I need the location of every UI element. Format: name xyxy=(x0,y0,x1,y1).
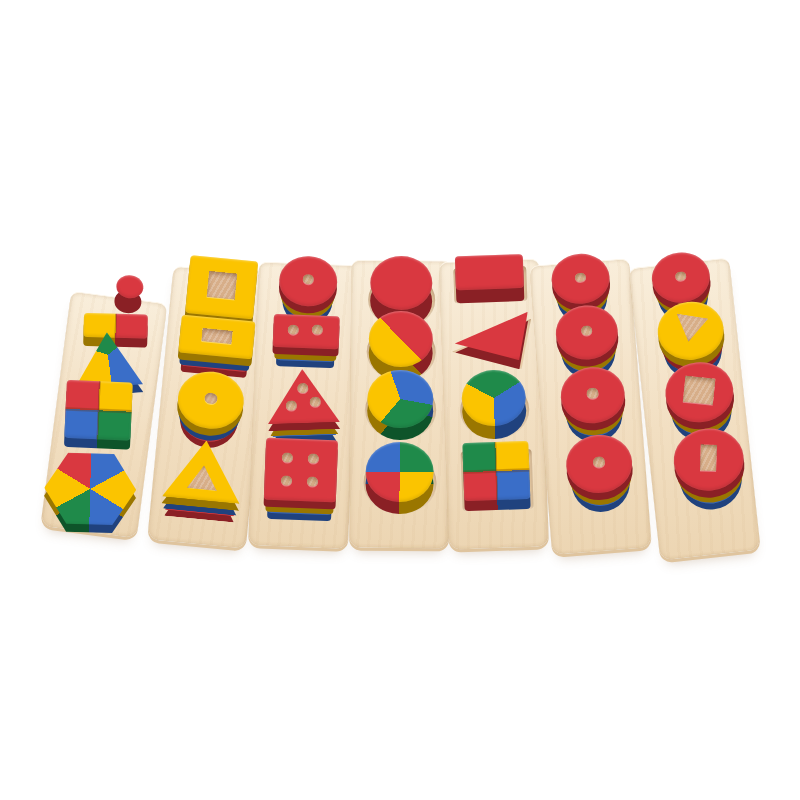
stack-circle-peg-4 xyxy=(564,432,636,516)
stack-triangle-wedge xyxy=(454,310,530,372)
peg-hole xyxy=(308,453,319,463)
peg-hole xyxy=(303,274,314,284)
piece-top-face xyxy=(178,314,255,359)
piece-top-face xyxy=(369,311,433,368)
stack-split-hexagon xyxy=(43,451,137,535)
top-face-piece xyxy=(43,451,137,535)
inset-peg-icon xyxy=(586,388,599,400)
inset-peg-icon xyxy=(581,326,593,337)
stack-circle-quarters xyxy=(365,442,434,515)
product-photo xyxy=(0,0,800,800)
stack-rectangle-2-holes xyxy=(272,314,340,370)
piece-top-face xyxy=(185,255,258,319)
top-face-piece xyxy=(454,310,530,372)
piece-top-face xyxy=(365,442,434,503)
piece-top-face xyxy=(162,437,245,504)
stack-circle-rectangle-hole xyxy=(670,425,749,515)
top-face-piece xyxy=(461,369,527,440)
top-face-piece xyxy=(177,314,255,366)
stack-four-cube-square xyxy=(63,380,132,450)
inset-peg-icon xyxy=(674,271,686,282)
top-face-piece xyxy=(559,365,628,433)
inset-triangle-cutout xyxy=(672,314,708,345)
inset-peg-icon xyxy=(203,392,217,405)
piece-top-face xyxy=(64,380,132,441)
top-face-piece xyxy=(455,254,525,303)
top-face-piece xyxy=(564,432,635,502)
stack-circle-thirds xyxy=(367,370,434,441)
top-face-piece xyxy=(367,370,434,441)
top-face-piece xyxy=(462,441,530,511)
peg-hole xyxy=(312,324,323,334)
piece-top-face xyxy=(273,314,340,350)
stack-square-4-holes xyxy=(263,438,338,524)
inset-peg-icon xyxy=(575,272,587,283)
small-cylinder xyxy=(113,274,145,315)
peg-hole xyxy=(282,452,293,462)
board-4 xyxy=(349,260,452,549)
peg-hole xyxy=(285,400,296,410)
top-face-piece xyxy=(63,380,132,450)
stack-rectangle-block xyxy=(455,254,525,303)
peg-hole xyxy=(310,397,321,407)
stack-triangle-with-triangle-inset xyxy=(160,437,245,525)
board-3 xyxy=(248,261,359,549)
piece-top-face xyxy=(367,370,434,429)
inset-triangle-cutout xyxy=(187,464,219,491)
stack-triangle-3-holes xyxy=(266,368,340,445)
top-face-piece xyxy=(554,303,621,369)
top-face-piece xyxy=(278,255,338,314)
peg-hole xyxy=(307,476,318,486)
top-face-piece xyxy=(161,437,245,511)
piece-top-face xyxy=(264,438,338,503)
inset-square-cutout xyxy=(206,271,236,300)
piece-top-face xyxy=(370,256,432,311)
top-face-piece xyxy=(264,438,339,510)
inset-peg-icon xyxy=(593,456,606,468)
inset-rect-cutout xyxy=(201,328,232,344)
top-face-piece xyxy=(365,442,434,515)
top-face-piece xyxy=(272,314,339,357)
cube-seams xyxy=(462,441,530,501)
peg-hole xyxy=(297,383,308,393)
top-face-piece xyxy=(266,368,340,431)
inset-rect-cutout xyxy=(700,445,717,471)
peg-hole xyxy=(281,475,292,485)
inset-square-cutout xyxy=(682,376,714,405)
top-face-piece xyxy=(670,425,747,501)
top-face-piece xyxy=(662,359,737,433)
top-face-piece xyxy=(174,369,246,439)
piece-top-face xyxy=(72,331,142,388)
piece-top-face xyxy=(462,441,530,501)
stack-circle-thirds xyxy=(461,369,527,440)
cube-seams xyxy=(64,380,132,441)
peg-hole xyxy=(288,324,299,334)
piece-top-face xyxy=(266,368,340,424)
board-1 xyxy=(40,291,167,539)
stack-square-quarters xyxy=(462,441,530,511)
piece-top-face xyxy=(455,254,524,290)
